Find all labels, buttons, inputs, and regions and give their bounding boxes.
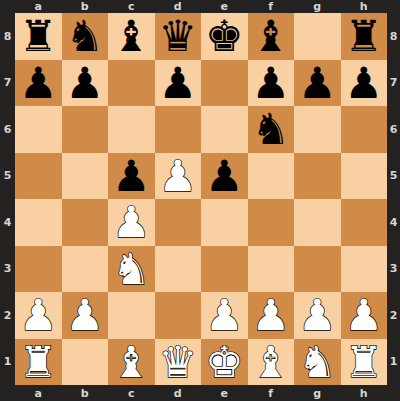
square-g4[interactable] — [294, 199, 341, 246]
rank-label-right-7: 7 — [387, 60, 400, 107]
rank-label-right-5: 5 — [387, 153, 400, 200]
square-e4[interactable] — [201, 199, 248, 246]
piece-white-pawn-g2[interactable]: ♟︎ — [298, 292, 337, 339]
square-f8[interactable]: ♝ — [248, 13, 295, 60]
piece-black-pawn-d7[interactable]: ♟︎ — [158, 60, 197, 107]
square-d8[interactable]: ♛ — [155, 13, 202, 60]
file-label-top-h: h — [341, 0, 388, 13]
file-label-bottom-e: e — [201, 385, 248, 401]
rank-label-left-3: 3 — [0, 246, 15, 293]
piece-black-knight-f6[interactable]: ♞ — [251, 106, 290, 153]
file-label-top-b: b — [62, 0, 109, 13]
square-g2[interactable]: ♟︎ — [294, 292, 341, 339]
file-label-bottom-d: d — [155, 385, 202, 401]
piece-white-pawn-h2[interactable]: ♟︎ — [344, 292, 383, 339]
piece-black-rook-a8[interactable]: ♜ — [19, 13, 58, 60]
square-h8[interactable]: ♜ — [341, 13, 388, 60]
square-f6[interactable]: ♞ — [248, 106, 295, 153]
rank-labels-left: 87654321 — [0, 13, 15, 385]
piece-white-pawn-f2[interactable]: ♟︎ — [251, 292, 290, 339]
square-f2[interactable]: ♟︎ — [248, 292, 295, 339]
piece-black-pawn-f7[interactable]: ♟︎ — [251, 60, 290, 107]
square-a5[interactable] — [15, 153, 62, 200]
file-labels-bottom: abcdefgh — [15, 385, 387, 401]
file-label-top-e: e — [201, 0, 248, 13]
square-d3[interactable] — [155, 246, 202, 293]
file-label-bottom-c: c — [108, 385, 155, 401]
square-b3[interactable] — [62, 246, 109, 293]
rank-label-right-4: 4 — [387, 199, 400, 246]
square-h5[interactable] — [341, 153, 388, 200]
piece-white-rook-h1[interactable]: ♜ — [344, 339, 383, 386]
square-f4[interactable] — [248, 199, 295, 246]
square-g5[interactable] — [294, 153, 341, 200]
square-g3[interactable] — [294, 246, 341, 293]
rank-label-left-1: 1 — [0, 339, 15, 386]
square-c3[interactable]: ♞ — [108, 246, 155, 293]
square-c2[interactable] — [108, 292, 155, 339]
rank-label-left-5: 5 — [0, 153, 15, 200]
file-label-bottom-f: f — [248, 385, 295, 401]
square-e3[interactable] — [201, 246, 248, 293]
square-f3[interactable] — [248, 246, 295, 293]
square-e5[interactable]: ♟︎ — [201, 153, 248, 200]
rank-label-left-4: 4 — [0, 199, 15, 246]
square-g8[interactable] — [294, 13, 341, 60]
square-b1[interactable] — [62, 339, 109, 386]
rank-label-right-8: 8 — [387, 13, 400, 60]
file-label-top-g: g — [294, 0, 341, 13]
square-d5[interactable]: ♟︎ — [155, 153, 202, 200]
piece-black-pawn-g7[interactable]: ♟︎ — [298, 60, 337, 107]
file-labels-top: abcdefgh — [15, 0, 387, 13]
square-g1[interactable]: ♞ — [294, 339, 341, 386]
square-c8[interactable]: ♝ — [108, 13, 155, 60]
piece-white-pawn-a2[interactable]: ♟︎ — [19, 292, 58, 339]
square-h1[interactable]: ♜ — [341, 339, 388, 386]
rank-label-right-6: 6 — [387, 106, 400, 153]
piece-black-king-e8[interactable]: ♚ — [205, 13, 244, 60]
square-c1[interactable]: ♝ — [108, 339, 155, 386]
piece-white-pawn-c4[interactable]: ♟︎ — [112, 199, 151, 246]
square-e1[interactable]: ♚ — [201, 339, 248, 386]
piece-white-bishop-c1[interactable]: ♝ — [112, 339, 151, 386]
square-b5[interactable] — [62, 153, 109, 200]
piece-black-bishop-c8[interactable]: ♝ — [112, 13, 151, 60]
square-f5[interactable] — [248, 153, 295, 200]
square-c7[interactable] — [108, 60, 155, 107]
piece-white-rook-a1[interactable]: ♜ — [19, 339, 58, 386]
piece-white-bishop-f1[interactable]: ♝ — [251, 339, 290, 386]
square-a8[interactable]: ♜ — [15, 13, 62, 60]
square-d1[interactable]: ♛ — [155, 339, 202, 386]
file-label-top-c: c — [108, 0, 155, 13]
square-g6[interactable] — [294, 106, 341, 153]
piece-white-queen-d1[interactable]: ♛ — [158, 339, 197, 386]
square-b4[interactable] — [62, 199, 109, 246]
square-c4[interactable]: ♟︎ — [108, 199, 155, 246]
square-d7[interactable]: ♟︎ — [155, 60, 202, 107]
chess-board-frame: abcdefgh 87654321 ♜♞♝♛♚♝♜♟︎♟︎♟︎♟︎♟︎♟︎♞♟︎… — [0, 0, 400, 401]
piece-black-pawn-e5[interactable]: ♟︎ — [205, 153, 244, 200]
square-e2[interactable]: ♟︎ — [201, 292, 248, 339]
square-a7[interactable]: ♟︎ — [15, 60, 62, 107]
piece-black-knight-b8[interactable]: ♞ — [65, 13, 104, 60]
square-f7[interactable]: ♟︎ — [248, 60, 295, 107]
piece-black-pawn-c5[interactable]: ♟︎ — [112, 153, 151, 200]
square-h7[interactable]: ♟︎ — [341, 60, 388, 107]
file-label-bottom-a: a — [15, 385, 62, 401]
piece-white-knight-c3[interactable]: ♞ — [112, 246, 151, 293]
file-label-top-f: f — [248, 0, 295, 13]
square-b2[interactable]: ♟︎ — [62, 292, 109, 339]
square-e6[interactable] — [201, 106, 248, 153]
file-label-bottom-g: g — [294, 385, 341, 401]
square-a1[interactable]: ♜ — [15, 339, 62, 386]
rank-label-left-6: 6 — [0, 106, 15, 153]
square-h2[interactable]: ♟︎ — [341, 292, 388, 339]
square-b7[interactable]: ♟︎ — [62, 60, 109, 107]
rank-label-left-2: 2 — [0, 292, 15, 339]
square-c6[interactable] — [108, 106, 155, 153]
piece-black-pawn-a7[interactable]: ♟︎ — [19, 60, 58, 107]
square-a6[interactable] — [15, 106, 62, 153]
piece-black-pawn-b7[interactable]: ♟︎ — [65, 60, 104, 107]
square-d4[interactable] — [155, 199, 202, 246]
file-label-bottom-b: b — [62, 385, 109, 401]
rank-label-right-3: 3 — [387, 246, 400, 293]
piece-black-queen-d8[interactable]: ♛ — [158, 13, 197, 60]
file-label-top-d: d — [155, 0, 202, 13]
square-g7[interactable]: ♟︎ — [294, 60, 341, 107]
file-label-top-a: a — [15, 0, 62, 13]
piece-white-knight-g1[interactable]: ♞ — [298, 339, 337, 386]
piece-black-bishop-f8[interactable]: ♝ — [251, 13, 290, 60]
piece-white-king-e1[interactable]: ♚ — [205, 339, 244, 386]
rank-label-right-2: 2 — [387, 292, 400, 339]
square-d6[interactable] — [155, 106, 202, 153]
rank-label-left-7: 7 — [0, 60, 15, 107]
piece-white-pawn-b2[interactable]: ♟︎ — [65, 292, 104, 339]
piece-black-rook-h8[interactable]: ♜ — [344, 13, 383, 60]
square-a3[interactable] — [15, 246, 62, 293]
rank-label-left-8: 8 — [0, 13, 15, 60]
rank-label-right-1: 1 — [387, 339, 400, 386]
square-h3[interactable] — [341, 246, 388, 293]
piece-white-pawn-d5[interactable]: ♟︎ — [158, 153, 197, 200]
square-a2[interactable]: ♟︎ — [15, 292, 62, 339]
square-h4[interactable] — [341, 199, 388, 246]
square-a4[interactable] — [15, 199, 62, 246]
square-c5[interactable]: ♟︎ — [108, 153, 155, 200]
piece-black-pawn-h7[interactable]: ♟︎ — [344, 60, 383, 107]
square-d2[interactable] — [155, 292, 202, 339]
square-h6[interactable] — [341, 106, 388, 153]
file-label-bottom-h: h — [341, 385, 388, 401]
square-b6[interactable] — [62, 106, 109, 153]
rank-labels-right: 87654321 — [387, 13, 400, 385]
square-f1[interactable]: ♝ — [248, 339, 295, 386]
chess-board: ♜♞♝♛♚♝♜♟︎♟︎♟︎♟︎♟︎♟︎♞♟︎♟︎♟︎♟︎♞♟︎♟︎♟︎♟︎♟︎♟… — [15, 13, 387, 385]
piece-white-pawn-e2[interactable]: ♟︎ — [205, 292, 244, 339]
square-e8[interactable]: ♚ — [201, 13, 248, 60]
square-e7[interactable] — [201, 60, 248, 107]
square-b8[interactable]: ♞ — [62, 13, 109, 60]
